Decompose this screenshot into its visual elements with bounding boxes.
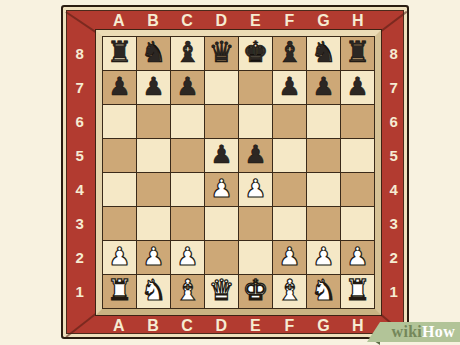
file-label-d: D	[204, 12, 238, 30]
file-labels-top: ABCDEFGH	[102, 12, 375, 30]
square-b5[interactable]	[137, 139, 170, 172]
file-labels-bottom: ABCDEFGH	[102, 317, 375, 335]
white-rook: ♜	[107, 276, 133, 305]
black-pawn: ♟	[312, 74, 334, 99]
white-pawn: ♟	[142, 244, 164, 269]
file-label-b: B	[136, 12, 170, 30]
square-h2[interactable]: ♟	[341, 241, 374, 274]
rank-label-2: 2	[380, 241, 408, 275]
white-pawn: ♟	[278, 244, 300, 269]
square-h6[interactable]	[341, 105, 374, 138]
square-d7[interactable]	[205, 71, 238, 104]
square-e3[interactable]	[239, 207, 272, 240]
file-label-g: G	[307, 12, 341, 30]
square-e6[interactable]	[239, 105, 272, 138]
rank-label-4: 4	[380, 173, 408, 207]
rank-label-7: 7	[380, 70, 408, 104]
board-frame-inner: ABCDEFGH ABCDEFGH 87654321 87654321 ♜♞♝♛…	[65, 9, 405, 335]
square-a7[interactable]: ♟	[103, 71, 136, 104]
rank-label-8: 8	[65, 36, 95, 70]
white-pawn: ♟	[346, 244, 368, 269]
black-pawn: ♟	[108, 74, 130, 99]
square-f3[interactable]	[273, 207, 306, 240]
square-d6[interactable]	[205, 105, 238, 138]
square-c6[interactable]	[171, 105, 204, 138]
file-label-f: F	[273, 12, 307, 30]
square-e7[interactable]	[239, 71, 272, 104]
file-label-b: B	[136, 317, 170, 335]
file-label-e: E	[239, 12, 273, 30]
file-label-g: G	[307, 317, 341, 335]
white-knight: ♞	[311, 276, 337, 305]
rank-labels-right: 87654321	[380, 36, 408, 309]
square-a1[interactable]: ♜	[103, 275, 136, 308]
rank-label-4: 4	[65, 173, 95, 207]
rank-label-1: 1	[65, 275, 95, 309]
rank-label-1: 1	[380, 275, 408, 309]
rank-label-5: 5	[65, 138, 95, 172]
square-f7[interactable]: ♟	[273, 71, 306, 104]
square-h7[interactable]: ♟	[341, 71, 374, 104]
white-pawn: ♟	[108, 244, 130, 269]
wikihow-how-text: How	[422, 323, 455, 341]
square-d8[interactable]: ♛	[205, 37, 238, 70]
square-d2[interactable]	[205, 241, 238, 274]
white-pawn: ♟	[176, 244, 198, 269]
file-label-h: H	[341, 317, 375, 335]
square-g1[interactable]: ♞	[307, 275, 340, 308]
black-pawn: ♟	[142, 74, 164, 99]
square-h1[interactable]: ♜	[341, 275, 374, 308]
file-label-c: C	[170, 317, 204, 335]
rank-label-2: 2	[65, 241, 95, 275]
square-h3[interactable]	[341, 207, 374, 240]
square-b7[interactable]: ♟	[137, 71, 170, 104]
square-c4[interactable]	[171, 173, 204, 206]
square-g8[interactable]: ♞	[307, 37, 340, 70]
square-f1[interactable]: ♝	[273, 275, 306, 308]
square-a4[interactable]	[103, 173, 136, 206]
square-h8[interactable]: ♜	[341, 37, 374, 70]
rank-label-8: 8	[380, 36, 408, 70]
square-c3[interactable]	[171, 207, 204, 240]
square-e4[interactable]: ♟	[239, 173, 272, 206]
black-bishop: ♝	[175, 38, 201, 67]
square-b6[interactable]	[137, 105, 170, 138]
square-f8[interactable]: ♝	[273, 37, 306, 70]
square-b2[interactable]: ♟	[137, 241, 170, 274]
file-label-f: F	[273, 317, 307, 335]
square-a6[interactable]	[103, 105, 136, 138]
frame-mitre-bottom-left	[66, 312, 98, 337]
white-pawn: ♟	[244, 176, 266, 201]
square-d4[interactable]: ♟	[205, 173, 238, 206]
rank-label-3: 3	[65, 207, 95, 241]
black-knight: ♞	[311, 38, 337, 67]
black-pawn: ♟	[278, 74, 300, 99]
square-g2[interactable]: ♟	[307, 241, 340, 274]
frame-mitre-top-right	[379, 11, 408, 33]
square-h5[interactable]	[341, 139, 374, 172]
chess-board: ABCDEFGH ABCDEFGH 87654321 87654321 ♜♞♝♛…	[61, 5, 409, 339]
white-queen: ♛	[209, 276, 235, 305]
rank-label-6: 6	[380, 104, 408, 138]
square-c2[interactable]: ♟	[171, 241, 204, 274]
square-f2[interactable]: ♟	[273, 241, 306, 274]
file-label-d: D	[204, 317, 238, 335]
file-label-a: A	[102, 12, 136, 30]
file-label-e: E	[239, 317, 273, 335]
square-d5[interactable]: ♟	[205, 139, 238, 172]
square-e8[interactable]: ♚	[239, 37, 272, 70]
wikihow-watermark: wikiHow	[367, 322, 460, 342]
square-f6[interactable]	[273, 105, 306, 138]
rank-labels-left: 87654321	[65, 36, 95, 309]
square-e2[interactable]	[239, 241, 272, 274]
square-b8[interactable]: ♞	[137, 37, 170, 70]
square-g7[interactable]: ♟	[307, 71, 340, 104]
white-rook: ♜	[345, 276, 371, 305]
rank-label-7: 7	[65, 70, 95, 104]
square-f5[interactable]	[273, 139, 306, 172]
rank-label-3: 3	[380, 207, 408, 241]
file-label-h: H	[341, 12, 375, 30]
board-bevel: ♜♞♝♛♚♝♞♜♟♟♟♟♟♟♟♟♟♟♟♟♟♟♟♟♜♞♝♛♚♝♞♜	[96, 30, 381, 315]
square-g5[interactable]	[307, 139, 340, 172]
frame-mitre-top-left	[66, 11, 98, 33]
square-b4[interactable]	[137, 173, 170, 206]
black-pawn: ♟	[210, 142, 232, 167]
square-f4[interactable]	[273, 173, 306, 206]
black-rook: ♜	[345, 38, 371, 67]
white-pawn: ♟	[210, 176, 232, 201]
black-knight: ♞	[141, 38, 167, 67]
black-pawn: ♟	[244, 142, 266, 167]
rank-label-6: 6	[65, 104, 95, 138]
square-b1[interactable]: ♞	[137, 275, 170, 308]
square-e5[interactable]: ♟	[239, 139, 272, 172]
black-queen: ♛	[209, 38, 235, 67]
square-g4[interactable]	[307, 173, 340, 206]
white-bishop: ♝	[175, 276, 201, 305]
wikihow-wiki-text: wiki	[392, 323, 423, 341]
file-label-c: C	[170, 12, 204, 30]
square-a2[interactable]: ♟	[103, 241, 136, 274]
square-c1[interactable]: ♝	[171, 275, 204, 308]
square-a3[interactable]	[103, 207, 136, 240]
file-label-a: A	[102, 317, 136, 335]
black-king: ♚	[243, 38, 269, 67]
rank-label-5: 5	[380, 138, 408, 172]
square-c5[interactable]	[171, 139, 204, 172]
black-pawn: ♟	[346, 74, 368, 99]
square-e1[interactable]: ♚	[239, 275, 272, 308]
square-a5[interactable]	[103, 139, 136, 172]
black-bishop: ♝	[277, 38, 303, 67]
black-rook: ♜	[107, 38, 133, 67]
square-h4[interactable]	[341, 173, 374, 206]
square-b3[interactable]	[137, 207, 170, 240]
board-squares: ♜♞♝♛♚♝♞♜♟♟♟♟♟♟♟♟♟♟♟♟♟♟♟♟♜♞♝♛♚♝♞♜	[102, 36, 375, 309]
white-knight: ♞	[141, 276, 167, 305]
white-pawn: ♟	[312, 244, 334, 269]
square-a8[interactable]: ♜	[103, 37, 136, 70]
white-bishop: ♝	[277, 276, 303, 305]
square-g3[interactable]	[307, 207, 340, 240]
white-king: ♚	[243, 276, 269, 305]
square-d3[interactable]	[205, 207, 238, 240]
black-pawn: ♟	[176, 74, 198, 99]
square-d1[interactable]: ♛	[205, 275, 238, 308]
square-c7[interactable]: ♟	[171, 71, 204, 104]
square-c8[interactable]: ♝	[171, 37, 204, 70]
square-g6[interactable]	[307, 105, 340, 138]
